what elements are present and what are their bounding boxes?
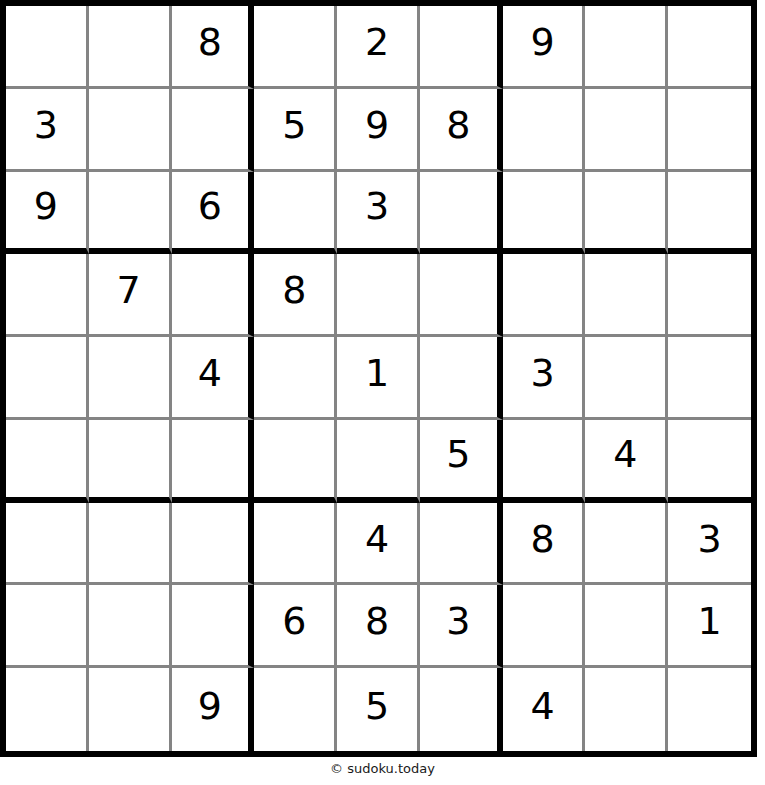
cell-r3c1: 9 xyxy=(6,172,89,255)
cell-r2c8[interactable] xyxy=(585,89,668,172)
cell-r4c1[interactable] xyxy=(6,254,89,337)
cell-r5c2[interactable] xyxy=(89,337,172,420)
cell-r3c8[interactable] xyxy=(585,172,668,255)
cell-r8c6: 3 xyxy=(420,585,503,668)
cell-r6c2[interactable] xyxy=(89,420,172,503)
given-digit: 4 xyxy=(613,435,637,473)
cell-r1c8[interactable] xyxy=(585,6,668,89)
cell-r6c3[interactable] xyxy=(172,420,255,503)
cell-r4c5[interactable] xyxy=(337,254,420,337)
cell-r7c3[interactable] xyxy=(172,503,255,586)
cell-r5c5: 1 xyxy=(337,337,420,420)
cell-r1c3: 8 xyxy=(172,6,255,89)
cell-r7c5: 4 xyxy=(337,503,420,586)
given-digit: 5 xyxy=(282,106,306,144)
cell-r9c2[interactable] xyxy=(89,668,172,751)
given-digit: 8 xyxy=(365,602,389,640)
cell-r3c4[interactable] xyxy=(254,172,337,255)
cell-r3c6[interactable] xyxy=(420,172,503,255)
copyright-footer: © sudoku.today xyxy=(0,761,765,776)
cell-r9c4[interactable] xyxy=(254,668,337,751)
given-digit: 3 xyxy=(530,354,554,392)
cell-r6c5[interactable] xyxy=(337,420,420,503)
cell-r4c4: 8 xyxy=(254,254,337,337)
cell-r7c7: 8 xyxy=(503,503,586,586)
cell-r2c7[interactable] xyxy=(503,89,586,172)
cell-r7c9: 3 xyxy=(668,503,751,586)
cell-r5c8[interactable] xyxy=(585,337,668,420)
cell-r8c5: 8 xyxy=(337,585,420,668)
given-digit: 9 xyxy=(530,23,554,61)
cell-r1c7: 9 xyxy=(503,6,586,89)
given-digit: 3 xyxy=(446,602,470,640)
cell-r1c1[interactable] xyxy=(6,6,89,89)
cell-r5c6[interactable] xyxy=(420,337,503,420)
cell-r2c3[interactable] xyxy=(172,89,255,172)
cell-r6c6: 5 xyxy=(420,420,503,503)
cell-r2c9[interactable] xyxy=(668,89,751,172)
cell-r9c5: 5 xyxy=(337,668,420,751)
cell-r1c2[interactable] xyxy=(89,6,172,89)
cell-r4c6[interactable] xyxy=(420,254,503,337)
cell-r2c1: 3 xyxy=(6,89,89,172)
cell-r4c8[interactable] xyxy=(585,254,668,337)
given-digit: 9 xyxy=(198,687,222,725)
cell-r5c1[interactable] xyxy=(6,337,89,420)
cell-r9c8[interactable] xyxy=(585,668,668,751)
cell-r8c9: 1 xyxy=(668,585,751,668)
given-digit: 1 xyxy=(365,354,389,392)
cell-r9c1[interactable] xyxy=(6,668,89,751)
cell-r7c6[interactable] xyxy=(420,503,503,586)
cell-r8c8[interactable] xyxy=(585,585,668,668)
cell-r1c5: 2 xyxy=(337,6,420,89)
cell-r2c6: 8 xyxy=(420,89,503,172)
given-digit: 2 xyxy=(365,23,389,61)
cell-r6c7[interactable] xyxy=(503,420,586,503)
given-digit: 6 xyxy=(282,602,306,640)
cell-r2c5: 9 xyxy=(337,89,420,172)
given-digit: 4 xyxy=(530,687,554,725)
given-digit: 6 xyxy=(198,187,222,225)
given-digit: 3 xyxy=(698,520,722,558)
sudoku-board: 829359896378413544836831954 xyxy=(0,0,757,757)
cell-r8c7[interactable] xyxy=(503,585,586,668)
given-digit: 4 xyxy=(365,520,389,558)
given-digit: 9 xyxy=(365,106,389,144)
given-digit: 8 xyxy=(282,271,306,309)
given-digit: 8 xyxy=(198,23,222,61)
cell-r9c3: 9 xyxy=(172,668,255,751)
cell-r3c3: 6 xyxy=(172,172,255,255)
cell-r6c9[interactable] xyxy=(668,420,751,503)
cell-r5c4[interactable] xyxy=(254,337,337,420)
cell-r5c9[interactable] xyxy=(668,337,751,420)
given-digit: 3 xyxy=(365,187,389,225)
cell-r9c9[interactable] xyxy=(668,668,751,751)
cell-r1c9[interactable] xyxy=(668,6,751,89)
cell-r6c4[interactable] xyxy=(254,420,337,503)
cell-r7c8[interactable] xyxy=(585,503,668,586)
cell-r6c8: 4 xyxy=(585,420,668,503)
cell-r4c2: 7 xyxy=(89,254,172,337)
cell-r3c2[interactable] xyxy=(89,172,172,255)
given-digit: 5 xyxy=(365,687,389,725)
cell-r7c4[interactable] xyxy=(254,503,337,586)
given-digit: 8 xyxy=(530,520,554,558)
cell-r3c5: 3 xyxy=(337,172,420,255)
cell-r7c1[interactable] xyxy=(6,503,89,586)
cell-r2c4: 5 xyxy=(254,89,337,172)
cell-r9c7: 4 xyxy=(503,668,586,751)
cell-r2c2[interactable] xyxy=(89,89,172,172)
cell-r3c9[interactable] xyxy=(668,172,751,255)
given-digit: 1 xyxy=(698,602,722,640)
cell-r4c7[interactable] xyxy=(503,254,586,337)
given-digit: 4 xyxy=(198,354,222,392)
cell-r4c3[interactable] xyxy=(172,254,255,337)
cell-r1c4[interactable] xyxy=(254,6,337,89)
cell-r3c7[interactable] xyxy=(503,172,586,255)
given-digit: 3 xyxy=(34,106,58,144)
cell-r5c3: 4 xyxy=(172,337,255,420)
cell-r8c1[interactable] xyxy=(6,585,89,668)
cell-r9c6[interactable] xyxy=(420,668,503,751)
given-digit: 9 xyxy=(34,187,58,225)
cell-r1c6[interactable] xyxy=(420,6,503,89)
cell-r8c4: 6 xyxy=(254,585,337,668)
given-digit: 7 xyxy=(117,271,141,309)
cell-r6c1[interactable] xyxy=(6,420,89,503)
cell-r7c2[interactable] xyxy=(89,503,172,586)
sudoku-grid: 829359896378413544836831954 xyxy=(6,6,751,751)
cell-r4c9[interactable] xyxy=(668,254,751,337)
given-digit: 5 xyxy=(446,435,470,473)
cell-r8c2[interactable] xyxy=(89,585,172,668)
cell-r8c3[interactable] xyxy=(172,585,255,668)
given-digit: 8 xyxy=(446,106,470,144)
cell-r5c7: 3 xyxy=(503,337,586,420)
